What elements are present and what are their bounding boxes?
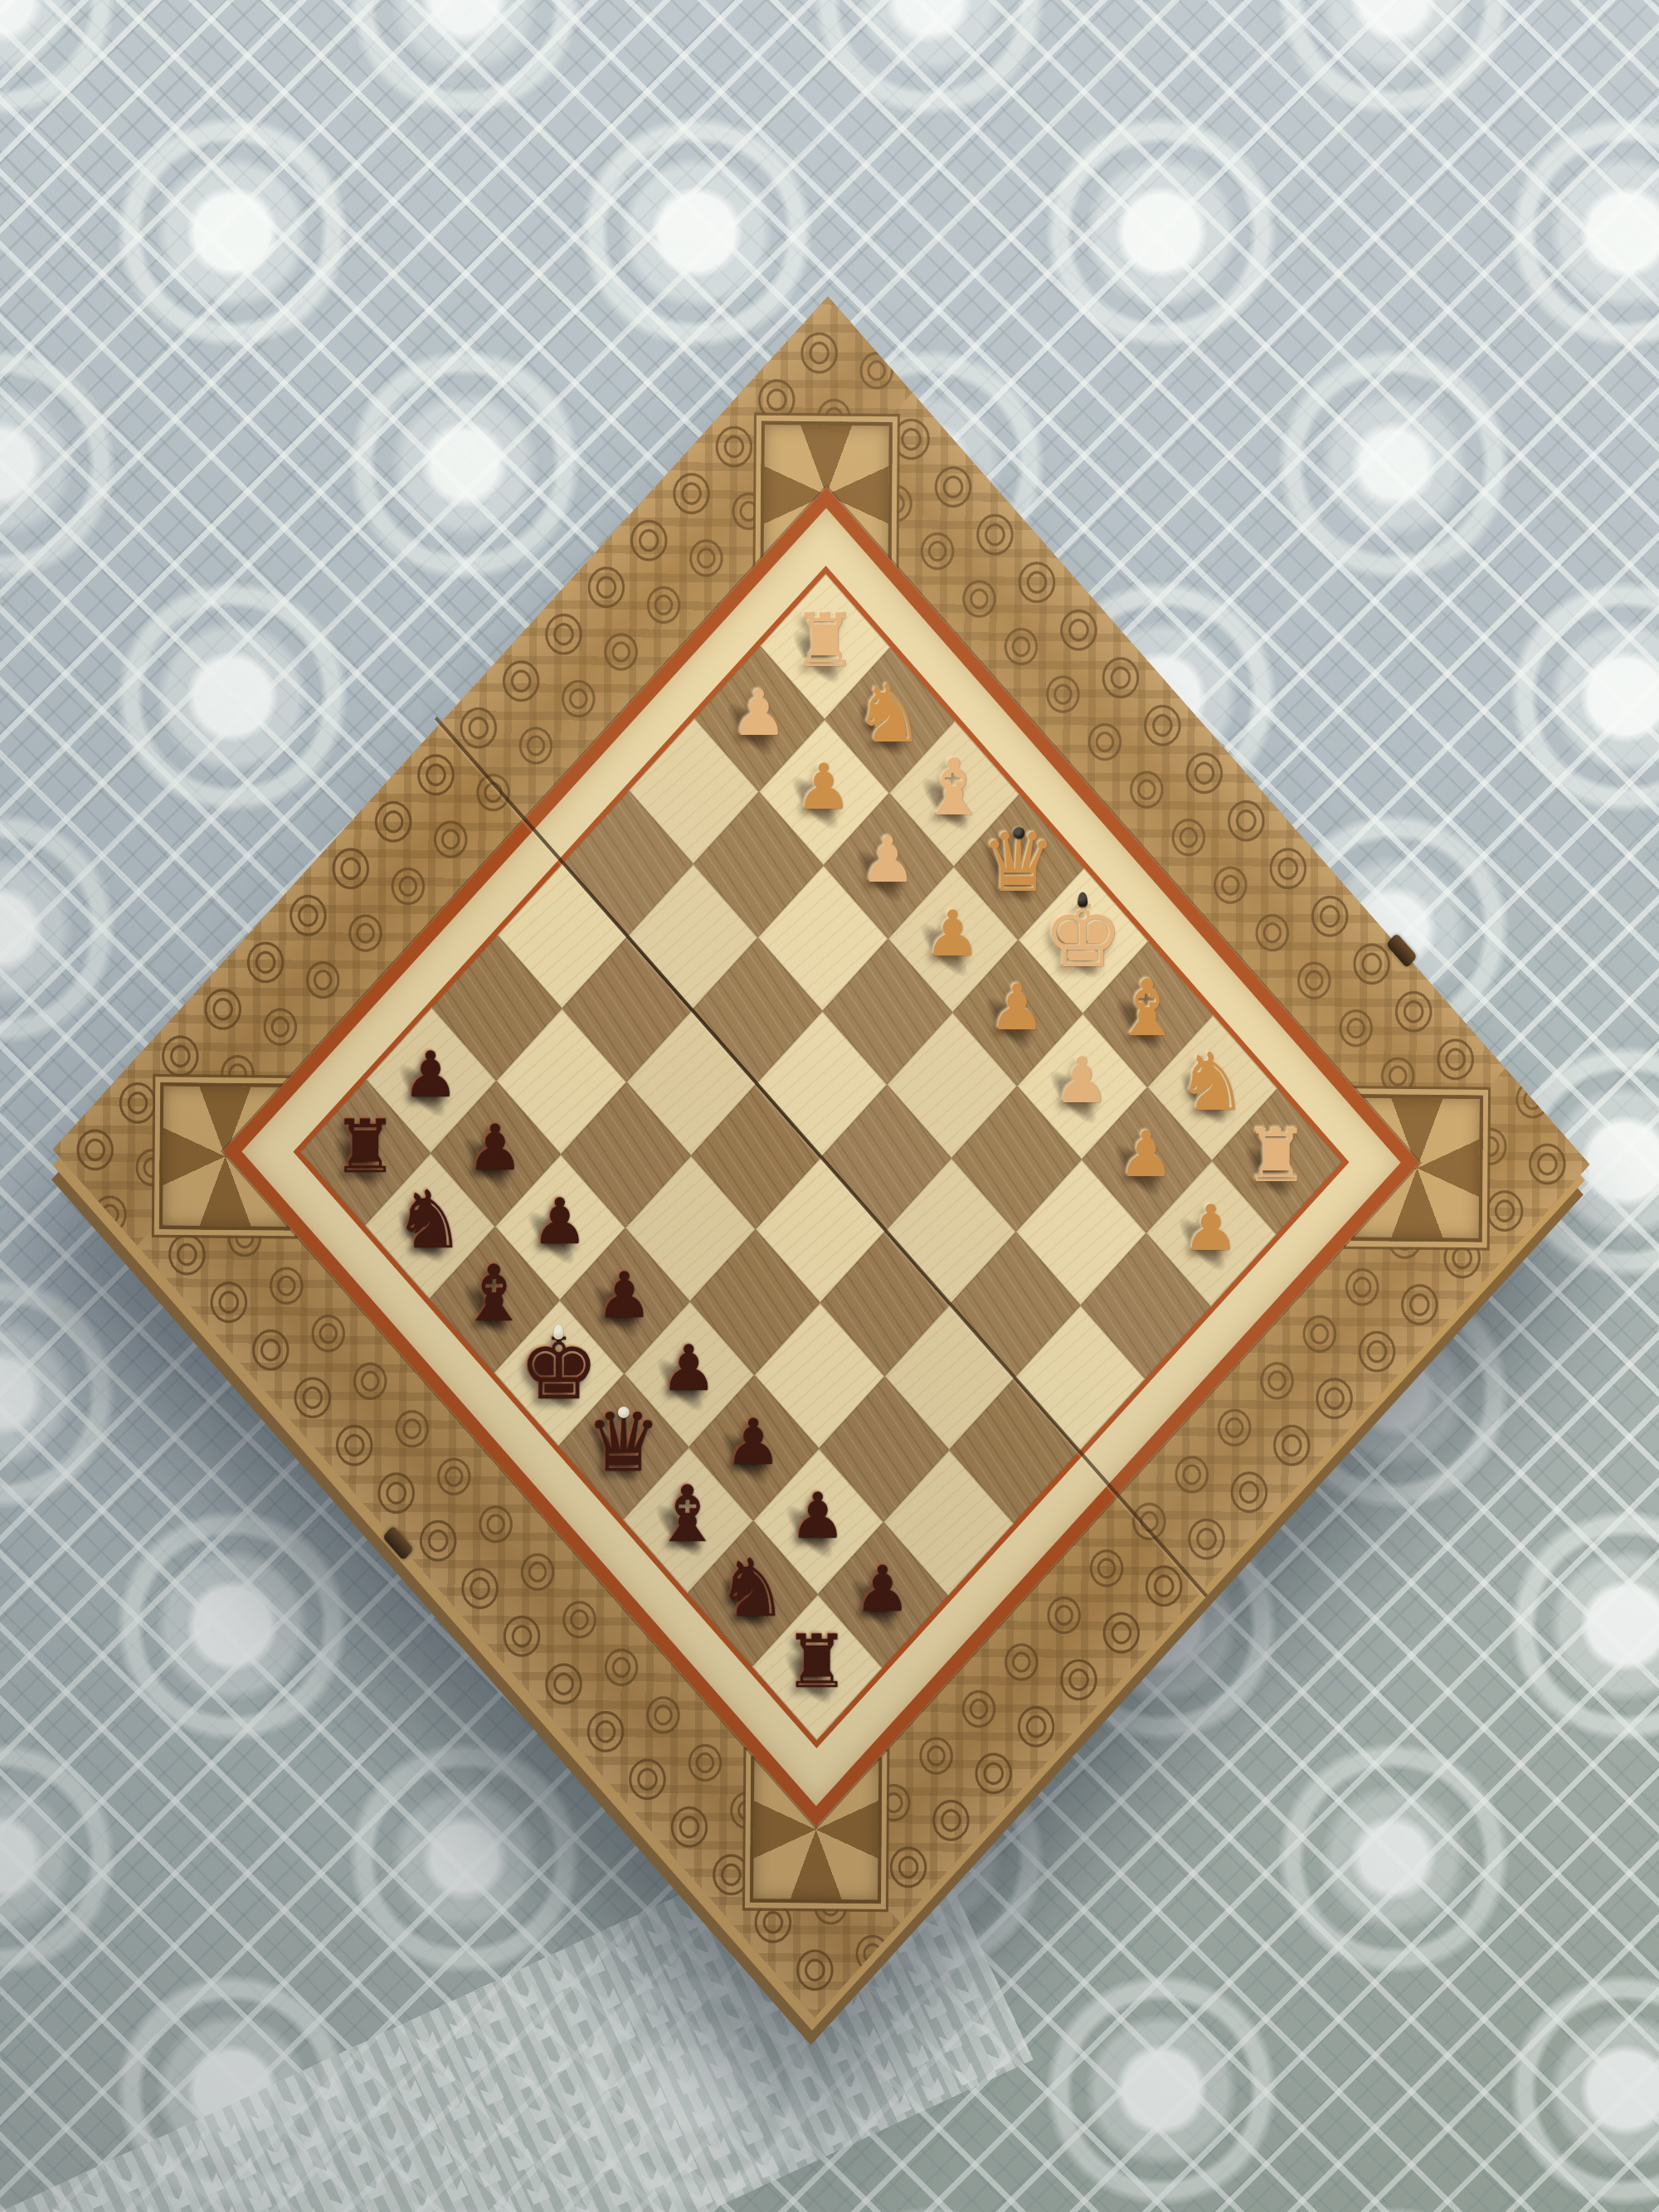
chess-board: ♜♞♝♛♚♝♞♜♟♟♟♟♟♟♟♟♟♟♟♟♟♟♟♟♜♞♝♚♛♝♞♜ — [53, 297, 1590, 2018]
scene: ♜♞♝♛♚♝♞♜♟♟♟♟♟♟♟♟♟♟♟♟♟♟♟♟♜♞♝♚♛♝♞♜ — [0, 0, 1659, 2212]
